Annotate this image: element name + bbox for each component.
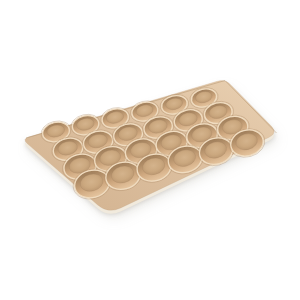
product-photo	[0, 0, 300, 300]
muffin-pan-illustration	[0, 0, 300, 300]
